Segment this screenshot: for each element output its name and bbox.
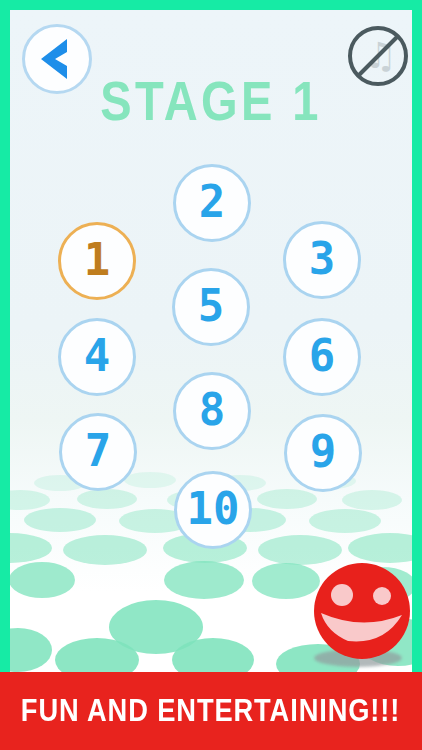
game-screen: ♫ STAGE 1 12354687910 xyxy=(10,10,412,672)
level-button-7[interactable]: 7 xyxy=(59,413,137,491)
level-button-10[interactable]: 10 xyxy=(174,471,252,549)
level-button-6[interactable]: 6 xyxy=(283,318,361,396)
ball-smile-icon xyxy=(321,613,402,641)
red-smiley-ball[interactable] xyxy=(314,563,410,659)
ball-left-eye-icon xyxy=(331,584,353,606)
level-button-3[interactable]: 3 xyxy=(283,221,361,299)
marketing-banner: FUN AND ENTERTAINING!!! xyxy=(0,672,422,750)
level-button-9[interactable]: 9 xyxy=(284,414,362,492)
ball-right-eye-icon xyxy=(373,587,391,605)
level-button-1[interactable]: 1 xyxy=(58,222,136,300)
app-frame: ♫ STAGE 1 12354687910 FUN AND ENTERTAINI… xyxy=(0,0,422,750)
level-button-5[interactable]: 5 xyxy=(172,268,250,346)
level-button-4[interactable]: 4 xyxy=(58,318,136,396)
level-button-2[interactable]: 2 xyxy=(173,164,251,242)
stage-title: STAGE 1 xyxy=(42,68,380,133)
level-button-8[interactable]: 8 xyxy=(173,372,251,450)
banner-text: FUN AND ENTERTAINING!!! xyxy=(21,693,400,729)
